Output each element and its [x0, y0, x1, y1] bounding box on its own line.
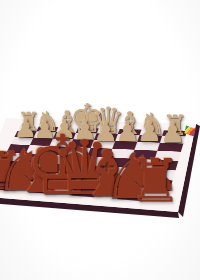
pieces-layer: ♜♞♝♚♛♝♞♜♟♟♟♟♟♟♟♟♟♟♟♟♟♟♟♟♜♞♝♚♛♝♞♜	[0, 0, 200, 280]
piece-red-rook: ♜	[129, 151, 182, 210]
piece-white-pawn: ♟	[160, 119, 186, 148]
chess-set-photo: ♜♞♝♚♛♝♞♜♟♟♟♟♟♟♟♟♟♟♟♟♟♟♟♟♜♞♝♚♛♝♞♜	[0, 0, 200, 280]
board-scene: ♜♞♝♚♛♝♞♜♟♟♟♟♟♟♟♟♟♟♟♟♟♟♟♟♜♞♝♚♛♝♞♜	[0, 0, 200, 280]
